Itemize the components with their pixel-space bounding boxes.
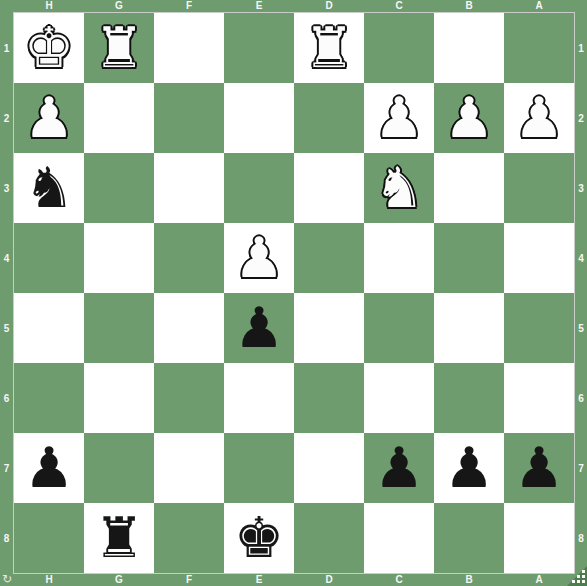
- rank-label-right-8: 8: [575, 503, 587, 573]
- square-g2[interactable]: [84, 83, 154, 153]
- square-h3[interactable]: ♞: [14, 153, 84, 223]
- square-b7[interactable]: ♟: [434, 433, 504, 503]
- square-h1[interactable]: ♚: [14, 13, 84, 83]
- square-b3[interactable]: [434, 153, 504, 223]
- white-pawn[interactable]: ♟: [514, 90, 564, 146]
- rank-label-left-4: 4: [0, 223, 13, 293]
- square-f5[interactable]: [154, 293, 224, 363]
- square-b4[interactable]: [434, 223, 504, 293]
- square-b1[interactable]: [434, 13, 504, 83]
- rank-label-left-5: 5: [0, 293, 13, 363]
- rank-label-right-4: 4: [575, 223, 587, 293]
- white-pawn[interactable]: ♟: [234, 230, 284, 286]
- square-b6[interactable]: [434, 363, 504, 433]
- file-labels-bottom: HGFEDCBA: [14, 574, 574, 586]
- square-g6[interactable]: [84, 363, 154, 433]
- black-knight[interactable]: ♞: [24, 160, 74, 216]
- square-a4[interactable]: [504, 223, 574, 293]
- black-pawn[interactable]: ♟: [444, 440, 494, 496]
- square-d4[interactable]: [294, 223, 364, 293]
- square-c8[interactable]: [364, 503, 434, 573]
- square-b2[interactable]: ♟: [434, 83, 504, 153]
- square-h2[interactable]: ♟: [14, 83, 84, 153]
- square-h8[interactable]: [14, 503, 84, 573]
- rank-label-right-1: 1: [575, 13, 587, 83]
- square-c1[interactable]: [364, 13, 434, 83]
- square-f7[interactable]: [154, 433, 224, 503]
- square-a5[interactable]: [504, 293, 574, 363]
- square-d5[interactable]: [294, 293, 364, 363]
- chess-board-frame: HGFEDCBA HGFEDCBA 12345678 12345678 ♚♜♜♟…: [0, 0, 587, 586]
- square-d3[interactable]: [294, 153, 364, 223]
- file-label-top-C: C: [364, 0, 434, 12]
- rank-label-left-8: 8: [0, 503, 13, 573]
- square-c7[interactable]: ♟: [364, 433, 434, 503]
- square-d2[interactable]: [294, 83, 364, 153]
- square-a2[interactable]: ♟: [504, 83, 574, 153]
- square-h4[interactable]: [14, 223, 84, 293]
- square-f4[interactable]: [154, 223, 224, 293]
- square-e8[interactable]: ♚: [224, 503, 294, 573]
- white-knight[interactable]: ♞: [374, 160, 424, 216]
- square-a3[interactable]: [504, 153, 574, 223]
- black-pawn[interactable]: ♟: [24, 440, 74, 496]
- file-label-bottom-E: E: [224, 574, 294, 586]
- square-c3[interactable]: ♞: [364, 153, 434, 223]
- black-pawn[interactable]: ♟: [374, 440, 424, 496]
- square-c2[interactable]: ♟: [364, 83, 434, 153]
- square-c5[interactable]: [364, 293, 434, 363]
- file-label-top-G: G: [84, 0, 154, 12]
- square-e5[interactable]: ♟: [224, 293, 294, 363]
- file-label-top-H: H: [14, 0, 84, 12]
- rank-label-left-1: 1: [0, 13, 13, 83]
- white-king[interactable]: ♚: [24, 20, 74, 76]
- black-king[interactable]: ♚: [234, 510, 284, 566]
- file-label-bottom-B: B: [434, 574, 504, 586]
- square-e6[interactable]: [224, 363, 294, 433]
- square-e4[interactable]: ♟: [224, 223, 294, 293]
- square-a1[interactable]: [504, 13, 574, 83]
- square-f2[interactable]: [154, 83, 224, 153]
- square-e3[interactable]: [224, 153, 294, 223]
- file-label-bottom-C: C: [364, 574, 434, 586]
- file-label-top-F: F: [154, 0, 224, 12]
- file-labels-top: HGFEDCBA: [14, 0, 574, 12]
- rank-label-right-5: 5: [575, 293, 587, 363]
- square-a8[interactable]: [504, 503, 574, 573]
- square-g7[interactable]: [84, 433, 154, 503]
- black-rook[interactable]: ♜: [94, 510, 144, 566]
- file-label-bottom-G: G: [84, 574, 154, 586]
- square-c6[interactable]: [364, 363, 434, 433]
- file-label-top-A: A: [504, 0, 574, 12]
- rank-label-right-3: 3: [575, 153, 587, 223]
- square-e1[interactable]: [224, 13, 294, 83]
- file-label-bottom-F: F: [154, 574, 224, 586]
- file-label-bottom-D: D: [294, 574, 364, 586]
- rank-labels-right: 12345678: [575, 13, 587, 573]
- rank-label-left-6: 6: [0, 363, 13, 433]
- square-g4[interactable]: [84, 223, 154, 293]
- square-g5[interactable]: [84, 293, 154, 363]
- white-pawn[interactable]: ♟: [444, 90, 494, 146]
- rank-label-left-3: 3: [0, 153, 13, 223]
- square-f3[interactable]: [154, 153, 224, 223]
- square-d7[interactable]: [294, 433, 364, 503]
- square-f6[interactable]: [154, 363, 224, 433]
- square-b5[interactable]: [434, 293, 504, 363]
- rank-label-right-6: 6: [575, 363, 587, 433]
- square-d1[interactable]: ♜: [294, 13, 364, 83]
- square-g8[interactable]: ♜: [84, 503, 154, 573]
- file-label-bottom-H: H: [14, 574, 84, 586]
- square-e2[interactable]: [224, 83, 294, 153]
- file-label-bottom-A: A: [504, 574, 574, 586]
- black-pawn[interactable]: ♟: [514, 440, 564, 496]
- square-a7[interactable]: ♟: [504, 433, 574, 503]
- rank-label-left-2: 2: [0, 83, 13, 153]
- chess-board: ♚♜♜♟♟♟♟♞♞♟♟♟♟♟♟♜♚: [13, 12, 575, 574]
- square-f1[interactable]: [154, 13, 224, 83]
- square-h7[interactable]: ♟: [14, 433, 84, 503]
- square-d6[interactable]: [294, 363, 364, 433]
- white-pawn[interactable]: ♟: [374, 90, 424, 146]
- rank-labels-left: 12345678: [0, 13, 13, 573]
- square-c4[interactable]: [364, 223, 434, 293]
- square-b8[interactable]: [434, 503, 504, 573]
- file-label-top-E: E: [224, 0, 294, 12]
- rank-label-right-7: 7: [575, 433, 587, 503]
- resize-grip-icon[interactable]: [567, 566, 587, 586]
- file-label-top-B: B: [434, 0, 504, 12]
- square-g1[interactable]: ♜: [84, 13, 154, 83]
- square-a6[interactable]: [504, 363, 574, 433]
- rank-label-left-7: 7: [0, 433, 13, 503]
- square-f8[interactable]: [154, 503, 224, 573]
- square-h6[interactable]: [14, 363, 84, 433]
- square-e7[interactable]: [224, 433, 294, 503]
- file-label-top-D: D: [294, 0, 364, 12]
- square-h5[interactable]: [14, 293, 84, 363]
- white-pawn[interactable]: ♟: [24, 90, 74, 146]
- square-d8[interactable]: [294, 503, 364, 573]
- black-pawn[interactable]: ♟: [234, 300, 284, 356]
- white-rook[interactable]: ♜: [94, 20, 144, 76]
- white-rook[interactable]: ♜: [304, 20, 354, 76]
- square-g3[interactable]: [84, 153, 154, 223]
- rank-label-right-2: 2: [575, 83, 587, 153]
- rotate-board-icon[interactable]: ↻: [0, 572, 14, 586]
